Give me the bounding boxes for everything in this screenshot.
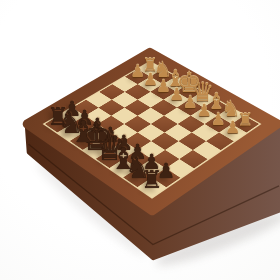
piece-white-pawn[interactable]: ♟ bbox=[156, 79, 171, 96]
piece-white-pawn[interactable]: ♟ bbox=[211, 111, 226, 128]
chess-set-photo: ♜♞♝♛♚♝♞♜♟♟♟♟♟♟♟♟♟♟♟♟♟♟♟♟♜♞♝♛♚♝♞♜ bbox=[0, 0, 280, 280]
piece-white-pawn[interactable]: ♟ bbox=[196, 103, 211, 120]
piece-white-pawn[interactable]: ♟ bbox=[169, 86, 184, 103]
piece-white-pawn[interactable]: ♟ bbox=[130, 64, 145, 81]
piece-black-rook[interactable]: ♜ bbox=[47, 105, 69, 129]
piece-white-pawn[interactable]: ♟ bbox=[225, 119, 240, 136]
piece-white-pawn[interactable]: ♟ bbox=[183, 94, 198, 111]
